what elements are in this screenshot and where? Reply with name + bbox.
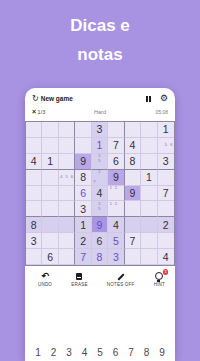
cell-r8c3[interactable]	[59, 233, 75, 249]
cell-value: 4	[163, 251, 169, 263]
pencil-icon	[116, 272, 125, 281]
notes-label: NOTES OFF	[107, 282, 135, 287]
cell-r7c8[interactable]	[141, 217, 157, 233]
cell-r2c1[interactable]	[26, 138, 42, 154]
cell-r1c5[interactable]: 3	[92, 122, 108, 138]
cell-notes: 456	[59, 170, 74, 185]
promo-title-line1: Dicas e	[0, 11, 200, 40]
cell-r3c8[interactable]	[141, 154, 157, 170]
cell-value: 1	[97, 139, 103, 151]
cell-value: 9	[129, 187, 135, 199]
cell-r3c6[interactable]: 6	[108, 154, 124, 170]
numpad-6[interactable]: 6	[111, 347, 121, 358]
cell-r7c4[interactable]: 1	[75, 217, 91, 233]
cell-r6c9[interactable]	[158, 201, 174, 217]
cell-r3c4[interactable]: 9	[75, 154, 91, 170]
cell-value: 6	[80, 187, 86, 199]
cell-r2c8[interactable]	[141, 138, 157, 154]
cell-r7c9[interactable]: 2	[158, 217, 174, 233]
cell-value: 8	[97, 251, 103, 263]
cell-r9c5[interactable]: 8	[92, 249, 108, 265]
numpad-9[interactable]: 9	[157, 347, 167, 358]
cell-value: 2	[163, 219, 169, 231]
cell-r8c9[interactable]	[158, 233, 174, 249]
cell-r4c6[interactable]: 9	[108, 170, 124, 186]
cell-r2c2[interactable]	[42, 138, 58, 154]
cell-value: 9	[97, 219, 103, 231]
cell-r5c4[interactable]: 6	[75, 186, 91, 202]
cell-r6c4[interactable]: 3	[75, 201, 91, 217]
sudoku-grid: 3117456419256834568279164129732512819423…	[25, 121, 175, 266]
cell-value: 3	[97, 123, 103, 135]
cell-value: 4	[31, 155, 37, 167]
cell-r3c5[interactable]: 25	[92, 154, 108, 170]
cell-r2c5[interactable]: 1	[92, 138, 108, 154]
cell-r7c6[interactable]: 4	[108, 217, 124, 233]
cell-value: 4	[113, 219, 119, 231]
cell-r3c1[interactable]: 4	[26, 154, 42, 170]
cell-r8c4[interactable]: 2	[75, 233, 91, 249]
cell-r9c8[interactable]	[141, 249, 157, 265]
cell-r5c9[interactable]: 7	[158, 186, 174, 202]
cell-value: 2	[80, 235, 86, 247]
cell-r9c6[interactable]: 3	[108, 249, 124, 265]
timer: 05:08	[132, 109, 168, 115]
cell-r6c1[interactable]	[26, 201, 42, 217]
cell-notes: 12	[108, 186, 123, 201]
cell-r4c4[interactable]: 8	[75, 170, 91, 186]
cell-r4c2[interactable]	[42, 170, 58, 186]
cell-r8c2[interactable]	[42, 233, 58, 249]
cell-r8c5[interactable]: 6	[92, 233, 108, 249]
promo-title: Dicas e notas	[0, 11, 200, 69]
game-card: ↻ New game ⚙ × 1/3 Hard 05:08 3117456419…	[25, 88, 175, 361]
cell-r7c3[interactable]	[59, 217, 75, 233]
cell-r7c7[interactable]	[125, 217, 141, 233]
cell-notes: 25	[92, 154, 107, 169]
numpad-8[interactable]: 8	[142, 347, 152, 358]
numpad-4[interactable]: 4	[80, 347, 90, 358]
undo-icon: ↶	[41, 272, 49, 280]
mistake-x-icon: ×	[32, 108, 36, 115]
cell-r5c6[interactable]: 12	[108, 186, 124, 202]
cell-r3c2[interactable]: 1	[42, 154, 58, 170]
cell-r7c1[interactable]: 8	[26, 217, 42, 233]
cell-r1c9[interactable]: 1	[158, 122, 174, 138]
cell-r5c2[interactable]	[42, 186, 58, 202]
cell-r2c7[interactable]: 4	[125, 138, 141, 154]
cell-value: 8	[80, 171, 86, 183]
cell-r3c7[interactable]: 8	[125, 154, 141, 170]
numpad: 123456789	[33, 347, 167, 358]
cell-value: 6	[97, 235, 103, 247]
erase-label: ERASE	[71, 282, 87, 287]
cell-r7c5[interactable]: 9	[92, 217, 108, 233]
hint-badge: 1	[163, 269, 169, 275]
cell-r3c9[interactable]: 3	[158, 154, 174, 170]
cell-r2c9[interactable]: 56	[158, 138, 174, 154]
mistakes-counter: × 1/3	[32, 108, 68, 115]
cell-value: 7	[129, 235, 135, 247]
cell-r3c3[interactable]	[59, 154, 75, 170]
cell-notes: 27	[92, 170, 107, 185]
cell-value: 6	[113, 155, 119, 167]
gear-icon[interactable]: ⚙	[160, 94, 168, 103]
cell-value: 1	[163, 123, 169, 135]
cell-value: 3	[80, 203, 86, 215]
cell-r7c2[interactable]	[42, 217, 58, 233]
cell-r2c3[interactable]	[59, 138, 75, 154]
cell-r9c9[interactable]: 4	[158, 249, 174, 265]
cell-value: 9	[80, 155, 86, 167]
cell-r9c3[interactable]	[59, 249, 75, 265]
cell-value: 8	[31, 219, 37, 231]
cell-r1c1[interactable]	[26, 122, 42, 138]
card-header: ↻ New game ⚙	[25, 88, 175, 104]
numpad-2[interactable]: 2	[49, 347, 59, 358]
cell-r6c5[interactable]: 25	[92, 201, 108, 217]
cell-r4c7[interactable]	[125, 170, 141, 186]
cell-value: 1	[47, 155, 53, 167]
cell-r6c2[interactable]	[42, 201, 58, 217]
cell-value: 1	[146, 171, 152, 183]
cell-notes: 56	[158, 138, 174, 153]
numpad-3[interactable]: 3	[64, 347, 74, 358]
cell-notes: 25	[92, 201, 107, 216]
cell-r8c7[interactable]: 7	[125, 233, 141, 249]
hint-button[interactable]: 1 HINT	[154, 272, 165, 287]
toolbar: ↶ UNDO ERASE NOTES OFF 1 HINT	[25, 266, 175, 287]
new-game-icon[interactable]: ↻	[32, 95, 39, 103]
cell-r6c7[interactable]	[125, 201, 141, 217]
erase-button[interactable]: ERASE	[71, 272, 87, 287]
cell-value: 7	[80, 251, 86, 263]
cell-value: 9	[113, 171, 119, 183]
cell-value: 1	[80, 219, 86, 231]
cell-r1c2[interactable]	[42, 122, 58, 138]
difficulty-label: Hard	[68, 109, 132, 115]
cell-r9c7[interactable]	[125, 249, 141, 265]
cell-r6c3[interactable]	[59, 201, 75, 217]
cell-value: 4	[129, 139, 135, 151]
undo-button[interactable]: ↶ UNDO	[38, 272, 52, 287]
cell-notes: 12	[108, 201, 123, 216]
cell-r6c8[interactable]	[141, 201, 157, 217]
app-screen: Dicas e notas ↻ New game ⚙ × 1/3 Hard 05…	[0, 0, 200, 361]
cell-r4c3[interactable]: 456	[59, 170, 75, 186]
cell-r2c6[interactable]: 7	[108, 138, 124, 154]
cell-r6c6[interactable]: 12	[108, 201, 124, 217]
cell-r8c1[interactable]: 3	[26, 233, 42, 249]
cell-value: 7	[113, 139, 119, 151]
cell-r1c4[interactable]	[75, 122, 91, 138]
notes-toggle-button[interactable]: NOTES OFF	[107, 272, 135, 287]
cell-r5c7[interactable]: 9	[125, 186, 141, 202]
cell-r2c4[interactable]	[75, 138, 91, 154]
numpad-7[interactable]: 7	[126, 347, 136, 358]
cell-value: 3	[113, 251, 119, 263]
cell-r5c5[interactable]: 4	[92, 186, 108, 202]
promo-title-line2: notas	[0, 40, 200, 69]
cell-r9c2[interactable]: 6	[42, 249, 58, 265]
cell-value: 8	[129, 155, 135, 167]
cell-r5c1[interactable]	[26, 186, 42, 202]
numpad-1[interactable]: 1	[33, 347, 43, 358]
cell-r9c4[interactable]: 7	[75, 249, 91, 265]
cell-r4c5[interactable]: 27	[92, 170, 108, 186]
cell-r1c3[interactable]	[59, 122, 75, 138]
cell-r4c9[interactable]	[158, 170, 174, 186]
pause-icon[interactable]	[146, 96, 151, 102]
hint-label: HINT	[154, 282, 165, 287]
cell-r1c8[interactable]	[141, 122, 157, 138]
cell-value: 3	[31, 235, 37, 247]
cell-value: 7	[163, 187, 169, 199]
new-game-button[interactable]: New game	[41, 95, 73, 102]
cell-r4c8[interactable]: 1	[141, 170, 157, 186]
card-subheader: × 1/3 Hard 05:08	[25, 104, 175, 116]
eraser-icon	[76, 273, 82, 280]
cell-r4c1[interactable]	[26, 170, 42, 186]
cell-value: 5	[113, 235, 119, 247]
cell-r1c7[interactable]	[125, 122, 141, 138]
cell-r8c8[interactable]	[141, 233, 157, 249]
cell-r5c8[interactable]	[141, 186, 157, 202]
numpad-5[interactable]: 5	[95, 347, 105, 358]
cell-r9c1[interactable]	[26, 249, 42, 265]
cell-value: 4	[97, 187, 103, 199]
cell-r1c6[interactable]	[108, 122, 124, 138]
cell-r5c3[interactable]	[59, 186, 75, 202]
cell-r8c6[interactable]: 5	[108, 233, 124, 249]
cell-value: 6	[47, 251, 53, 263]
mistakes-value: 1/3	[38, 109, 46, 115]
undo-label: UNDO	[38, 282, 52, 287]
cell-value: 3	[163, 155, 169, 167]
